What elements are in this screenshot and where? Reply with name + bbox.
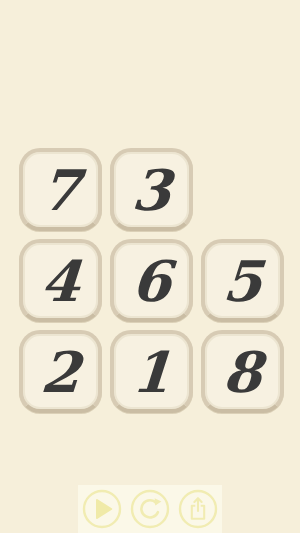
tile-1[interactable]: 1 [110,330,193,413]
tile-5[interactable]: 5 [201,239,284,322]
tile-6[interactable]: 6 [110,239,193,322]
empty-cell [201,148,284,231]
restart-button[interactable] [129,488,171,530]
play-button[interactable] [81,488,123,530]
tile-digit: 1 [130,344,173,400]
tile-digit: 6 [130,253,173,309]
tile-digit: 7 [39,162,82,218]
tile-digit: 2 [39,344,82,400]
share-icon [178,489,218,529]
tile-7[interactable]: 7 [19,148,102,231]
tile-8[interactable]: 8 [201,330,284,413]
tile-digit: 5 [221,253,264,309]
bottom-toolbar [78,485,222,533]
puzzle-board: 73465218 [19,148,284,413]
tile-2[interactable]: 2 [19,330,102,413]
share-button[interactable] [177,488,219,530]
tile-digit: 8 [221,344,264,400]
play-icon [82,489,122,529]
tile-3[interactable]: 3 [110,148,193,231]
tile-digit: 3 [130,162,173,218]
tile-digit: 4 [39,253,82,309]
tile-4[interactable]: 4 [19,239,102,322]
restart-icon [130,489,170,529]
